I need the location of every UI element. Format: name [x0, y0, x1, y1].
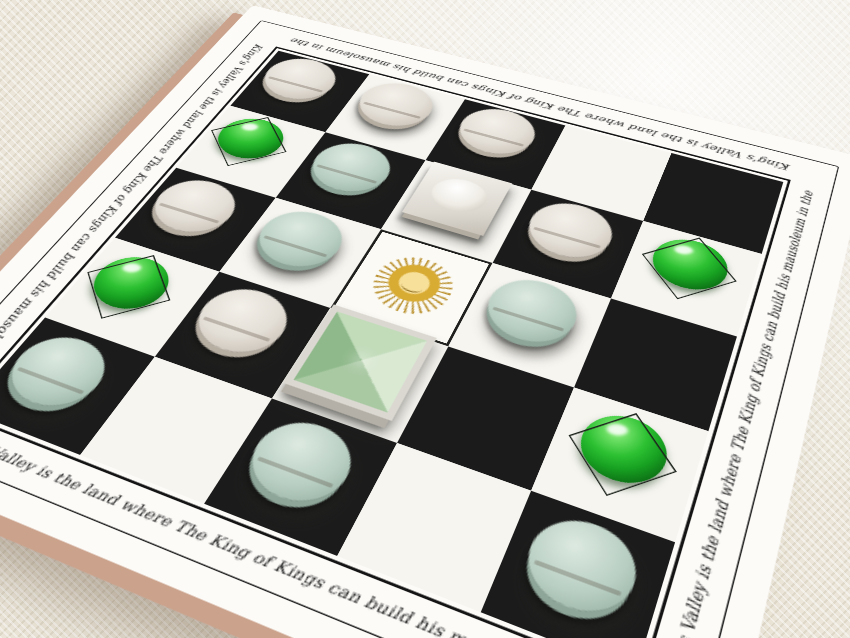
kings-valley-tile-board: King's Valley is the land where The King…	[0, 5, 850, 638]
celadon-soldier-piece[interactable]	[245, 203, 354, 275]
white-soldier-piece[interactable]	[183, 280, 302, 363]
green-king-piece[interactable]	[294, 311, 427, 412]
green-jewel-piece[interactable]	[207, 113, 295, 166]
celadon-soldier-piece[interactable]	[515, 507, 647, 627]
square-r5c5[interactable]	[481, 491, 675, 638]
green-jewel-piece[interactable]	[645, 232, 734, 298]
green-jewel-piece[interactable]	[571, 406, 676, 495]
green-jewel-piece[interactable]	[80, 249, 182, 317]
valley-sun-icon	[361, 249, 464, 323]
celadon-soldier-piece[interactable]	[476, 271, 586, 353]
photo-scene: King's Valley is the land where The King…	[0, 0, 850, 638]
